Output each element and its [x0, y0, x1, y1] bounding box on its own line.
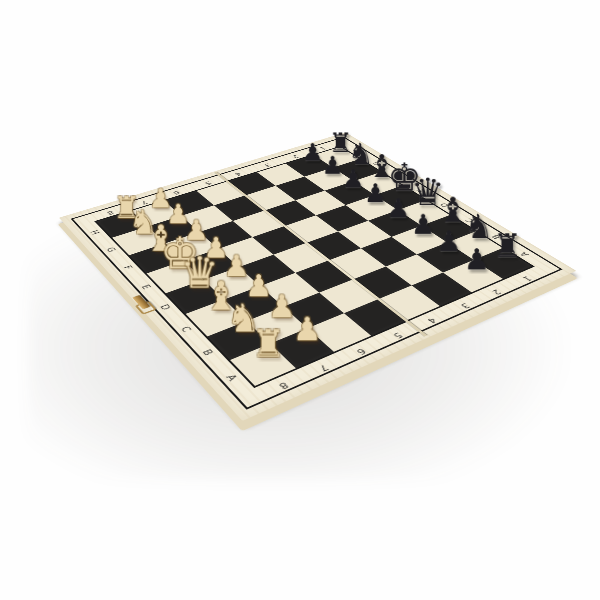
file-label-F: F	[122, 265, 134, 271]
piece-black-pawn-a2[interactable]: ♟	[456, 218, 499, 274]
square-a4[interactable]	[378, 286, 439, 321]
rank-label-6: 6	[355, 347, 368, 356]
square-b4[interactable]	[353, 267, 412, 300]
file-label-B: B	[200, 348, 215, 357]
file-label-G: G	[104, 246, 117, 253]
rank-label-5: 5	[391, 331, 404, 340]
rank-label-2: 2	[490, 288, 503, 295]
square-a3[interactable]	[412, 273, 472, 306]
square-a5[interactable]	[344, 299, 406, 335]
chess-board: ABCDEFGH ABCDEFGH 87654321 87654321 ♜♞♝♛…	[59, 132, 577, 421]
rank-label-5: 5	[203, 181, 213, 186]
file-label-A: A	[224, 373, 239, 382]
file-label-D: D	[158, 303, 172, 311]
rank-label-1: 1	[520, 275, 533, 282]
rank-label-3: 3	[263, 163, 272, 168]
file-label-H: H	[89, 230, 101, 236]
file-label-C: C	[179, 325, 193, 333]
pawn-glyph: ♟	[293, 313, 322, 345]
file-label-E: E	[139, 284, 152, 291]
rank-label-8: 8	[277, 381, 291, 391]
rank-label-4: 4	[425, 316, 438, 324]
square-c4[interactable]	[329, 249, 386, 280]
pawn-glyph: ♟	[464, 245, 490, 274]
scene: ABCDEFGH ABCDEFGH 87654321 87654321 ♜♞♝♛…	[0, 0, 600, 600]
rank-label-7: 7	[317, 363, 330, 372]
square-b3[interactable]	[385, 254, 443, 285]
rank-label-3: 3	[458, 302, 471, 310]
rank-label-4: 4	[233, 171, 242, 176]
piece-white-rook-a8[interactable]: ♜	[244, 298, 293, 362]
rook-glyph: ♜	[251, 324, 285, 362]
photo-stage: ABCDEFGH ABCDEFGH 87654321 87654321 ♜♞♝♛…	[0, 0, 600, 600]
